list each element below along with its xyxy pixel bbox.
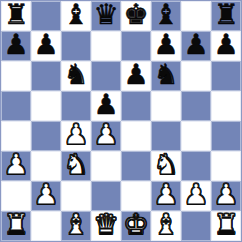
piece-white-pawn[interactable]: ♟: [63, 121, 88, 149]
piece-black-knight[interactable]: ♞: [153, 61, 178, 89]
piece-white-knight[interactable]: ♞: [63, 151, 88, 179]
square-c1[interactable]: ♝: [61, 211, 91, 241]
square-a3[interactable]: ♟: [1, 151, 31, 181]
piece-white-pawn[interactable]: ♟: [93, 121, 118, 149]
square-g4[interactable]: [181, 121, 211, 151]
square-f5[interactable]: [151, 91, 181, 121]
piece-white-queen[interactable]: ♛: [93, 211, 118, 239]
piece-white-knight[interactable]: ♞: [153, 151, 178, 179]
piece-white-bishop[interactable]: ♝: [63, 211, 88, 239]
square-e8[interactable]: ♚: [121, 1, 151, 31]
square-e5[interactable]: [121, 91, 151, 121]
square-a2[interactable]: [1, 181, 31, 211]
square-e1[interactable]: ♚: [121, 211, 151, 241]
piece-black-knight[interactable]: ♞: [63, 61, 88, 89]
piece-white-rook[interactable]: ♜: [213, 211, 238, 239]
square-g3[interactable]: [181, 151, 211, 181]
piece-black-pawn[interactable]: ♟: [33, 31, 58, 59]
square-e7[interactable]: [121, 31, 151, 61]
square-e4[interactable]: [121, 121, 151, 151]
square-e6[interactable]: ♟: [121, 61, 151, 91]
piece-white-pawn[interactable]: ♟: [213, 181, 238, 209]
piece-white-rook[interactable]: ♜: [3, 211, 28, 239]
square-d8[interactable]: ♛: [91, 1, 121, 31]
square-a5[interactable]: [1, 91, 31, 121]
square-c4[interactable]: ♟: [61, 121, 91, 151]
piece-black-pawn[interactable]: ♟: [123, 61, 148, 89]
piece-black-pawn[interactable]: ♟: [3, 31, 28, 59]
square-b6[interactable]: [31, 61, 61, 91]
square-b1[interactable]: [31, 211, 61, 241]
square-b2[interactable]: ♟: [31, 181, 61, 211]
square-d1[interactable]: ♛: [91, 211, 121, 241]
square-h3[interactable]: [211, 151, 241, 181]
square-h7[interactable]: ♟: [211, 31, 241, 61]
square-c7[interactable]: [61, 31, 91, 61]
square-g6[interactable]: [181, 61, 211, 91]
square-h1[interactable]: ♜: [211, 211, 241, 241]
square-a1[interactable]: ♜: [1, 211, 31, 241]
piece-white-pawn[interactable]: ♟: [3, 151, 28, 179]
piece-black-rook[interactable]: ♜: [3, 1, 28, 29]
piece-white-bishop[interactable]: ♝: [153, 211, 178, 239]
square-c8[interactable]: ♝: [61, 1, 91, 31]
piece-white-king[interactable]: ♚: [123, 211, 148, 239]
square-b5[interactable]: [31, 91, 61, 121]
square-a7[interactable]: ♟: [1, 31, 31, 61]
square-b4[interactable]: [31, 121, 61, 151]
square-h8[interactable]: ♜: [211, 1, 241, 31]
square-g5[interactable]: [181, 91, 211, 121]
square-d5[interactable]: ♟: [91, 91, 121, 121]
square-a6[interactable]: [1, 61, 31, 91]
square-d4[interactable]: ♟: [91, 121, 121, 151]
square-h4[interactable]: [211, 121, 241, 151]
square-f2[interactable]: ♟: [151, 181, 181, 211]
piece-black-bishop[interactable]: ♝: [63, 1, 88, 29]
square-e2[interactable]: [121, 181, 151, 211]
square-a8[interactable]: ♜: [1, 1, 31, 31]
square-b7[interactable]: ♟: [31, 31, 61, 61]
square-g8[interactable]: [181, 1, 211, 31]
piece-black-bishop[interactable]: ♝: [153, 1, 178, 29]
square-g7[interactable]: ♟: [181, 31, 211, 61]
square-g1[interactable]: [181, 211, 211, 241]
square-d7[interactable]: [91, 31, 121, 61]
chess-board: ♜♝♛♚♝♜♟♟♟♟♟♞♟♞♟♟♟♟♞♞♟♟♟♟♜♝♛♚♝♜: [0, 0, 242, 242]
square-f3[interactable]: ♞: [151, 151, 181, 181]
square-c2[interactable]: [61, 181, 91, 211]
square-h2[interactable]: ♟: [211, 181, 241, 211]
square-d6[interactable]: [91, 61, 121, 91]
square-a4[interactable]: [1, 121, 31, 151]
piece-white-pawn[interactable]: ♟: [33, 181, 58, 209]
piece-white-pawn[interactable]: ♟: [153, 181, 178, 209]
piece-black-king[interactable]: ♚: [123, 1, 148, 29]
square-b8[interactable]: [31, 1, 61, 31]
square-c5[interactable]: [61, 91, 91, 121]
square-f7[interactable]: ♟: [151, 31, 181, 61]
piece-black-queen[interactable]: ♛: [93, 1, 118, 29]
piece-black-pawn[interactable]: ♟: [183, 31, 208, 59]
piece-black-pawn[interactable]: ♟: [213, 31, 238, 59]
square-f8[interactable]: ♝: [151, 1, 181, 31]
square-f1[interactable]: ♝: [151, 211, 181, 241]
piece-black-pawn[interactable]: ♟: [153, 31, 178, 59]
square-e3[interactable]: [121, 151, 151, 181]
square-c6[interactable]: ♞: [61, 61, 91, 91]
square-d2[interactable]: [91, 181, 121, 211]
square-h5[interactable]: [211, 91, 241, 121]
piece-black-pawn[interactable]: ♟: [93, 91, 118, 119]
square-f4[interactable]: [151, 121, 181, 151]
square-d3[interactable]: [91, 151, 121, 181]
piece-white-pawn[interactable]: ♟: [183, 181, 208, 209]
square-c3[interactable]: ♞: [61, 151, 91, 181]
square-h6[interactable]: [211, 61, 241, 91]
square-b3[interactable]: [31, 151, 61, 181]
square-f6[interactable]: ♞: [151, 61, 181, 91]
piece-black-rook[interactable]: ♜: [213, 1, 238, 29]
square-g2[interactable]: ♟: [181, 181, 211, 211]
